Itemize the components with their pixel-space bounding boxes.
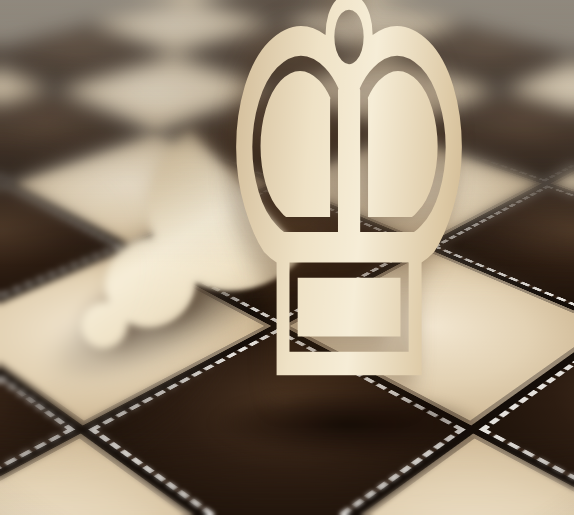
white-king-standing: ♚ xyxy=(204,0,493,468)
chess-photo-scene: ♟ ♚ xyxy=(0,0,574,515)
